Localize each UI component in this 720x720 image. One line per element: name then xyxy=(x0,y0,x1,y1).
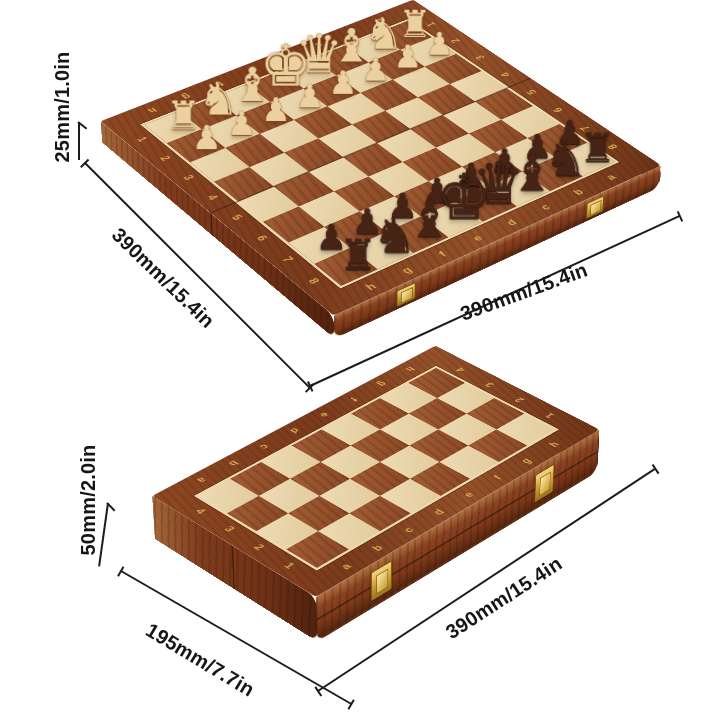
product-photo-stage: ♜♞♝♚♛♝♞♜♟♟♟♟♟♟♟♟♟♟♟♟♟♟♟♟♜♞♝♚♛♝♞♜hgfedcba… xyxy=(0,0,720,720)
gold-clasp-icon xyxy=(586,195,604,219)
coordinate-label: b xyxy=(213,452,254,475)
board-grid: ♜♞♝♚♛♝♞♜♟♟♟♟♟♟♟♟♟♟♟♟♟♟♟♟♜♞♝♚♛♝♞♜ xyxy=(144,21,615,286)
square xyxy=(351,398,409,429)
closed-chessbox-scene: abcdefghabcdefgh43214321 xyxy=(60,247,700,677)
square xyxy=(468,429,527,462)
closed-chessbox: abcdefghabcdefgh43214321 xyxy=(152,346,599,597)
gold-clasp-icon xyxy=(534,464,554,503)
dimension-label-closed-height: 50mm/2.0in xyxy=(77,445,100,556)
gold-clasp-icon xyxy=(371,560,392,601)
dimension-bracket-open-thickness xyxy=(78,122,80,160)
square xyxy=(350,462,410,496)
white-pawn: ♟ xyxy=(165,121,248,154)
dimension-label-open-thickness: 25mm/1.0in xyxy=(51,52,74,163)
fold-seam xyxy=(211,213,213,236)
